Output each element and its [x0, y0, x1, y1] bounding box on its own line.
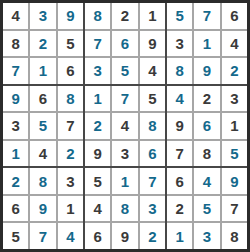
cell-r3c1[interactable]: 7 — [3, 58, 28, 84]
entered-digit: 3 — [93, 63, 101, 78]
cell-r5c6[interactable]: 8 — [140, 113, 165, 139]
given-digit: 6 — [175, 174, 183, 189]
cell-r9c5[interactable]: 9 — [112, 223, 137, 249]
box-2-1: 968357142 — [3, 86, 83, 167]
cell-r9c6[interactable]: 2 — [140, 223, 165, 249]
cell-r6c8[interactable]: 8 — [194, 141, 219, 167]
given-digit: 2 — [121, 8, 129, 23]
cell-r1c7[interactable]: 5 — [167, 3, 192, 29]
given-digit: 3 — [121, 146, 129, 161]
cell-r3c4[interactable]: 3 — [85, 58, 110, 84]
entered-digit: 1 — [203, 36, 211, 51]
cell-r5c4[interactable]: 2 — [85, 113, 110, 139]
cell-r3c7[interactable]: 8 — [167, 58, 192, 84]
cell-r3c6[interactable]: 4 — [140, 58, 165, 84]
cell-r8c4[interactable]: 4 — [85, 196, 110, 222]
given-digit: 4 — [121, 118, 129, 133]
cell-r8c6[interactable]: 3 — [140, 196, 165, 222]
cell-r8c7[interactable]: 2 — [167, 196, 192, 222]
cell-r7c7[interactable]: 6 — [167, 168, 192, 194]
cell-r2c8[interactable]: 1 — [194, 31, 219, 57]
entered-digit: 9 — [230, 174, 238, 189]
given-digit: 8 — [11, 36, 19, 51]
cell-r1c6[interactable]: 1 — [140, 3, 165, 29]
given-digit: 3 — [11, 118, 19, 133]
cell-r5c9[interactable]: 1 — [222, 113, 247, 139]
entered-digit: 9 — [39, 201, 47, 216]
cell-r1c4[interactable]: 8 — [85, 3, 110, 29]
entered-digit: 1 — [11, 146, 19, 161]
cell-r9c1[interactable]: 5 — [3, 223, 28, 249]
cell-r7c3[interactable]: 3 — [58, 168, 83, 194]
given-digit: 5 — [148, 91, 156, 106]
entered-digit: 6 — [203, 118, 211, 133]
entered-digit: 3 — [203, 229, 211, 244]
entered-digit: 8 — [39, 174, 47, 189]
cell-r1c3[interactable]: 9 — [58, 3, 83, 29]
entered-digit: 8 — [93, 8, 101, 23]
entered-digit: 1 — [39, 63, 47, 78]
cell-r5c5[interactable]: 4 — [112, 113, 137, 139]
cell-r8c8[interactable]: 5 — [194, 196, 219, 222]
entered-digit: 5 — [175, 8, 183, 23]
given-digit: 4 — [230, 36, 238, 51]
cell-r2c4[interactable]: 7 — [85, 31, 110, 57]
given-digit: 3 — [66, 174, 74, 189]
entered-digit: 8 — [121, 201, 129, 216]
cell-r9c8[interactable]: 3 — [194, 223, 219, 249]
entered-digit: 5 — [39, 118, 47, 133]
cell-r8c5[interactable]: 8 — [112, 196, 137, 222]
cell-r3c9[interactable]: 2 — [222, 58, 247, 84]
entered-digit: 1 — [93, 91, 101, 106]
box-3-2: 517483692 — [85, 168, 165, 249]
cell-r6c1[interactable]: 1 — [3, 141, 28, 167]
entered-digit: 9 — [203, 63, 211, 78]
cell-r8c2[interactable]: 9 — [30, 196, 55, 222]
cell-r4c6[interactable]: 5 — [140, 86, 165, 112]
cell-r3c5[interactable]: 5 — [112, 58, 137, 84]
entered-digit: 3 — [39, 8, 47, 23]
cell-r9c3[interactable]: 4 — [58, 223, 83, 249]
sudoku-app: 4398257168217693545763148929683571421752… — [0, 0, 250, 252]
entered-digit: 5 — [230, 146, 238, 161]
entered-digit: 6 — [121, 36, 129, 51]
cell-r4c8[interactable]: 2 — [194, 86, 219, 112]
given-digit: 4 — [39, 146, 47, 161]
cell-r9c2[interactable]: 7 — [30, 223, 55, 249]
entered-digit: 2 — [230, 63, 238, 78]
given-digit: 1 — [148, 8, 156, 23]
given-digit: 4 — [11, 8, 19, 23]
given-digit: 3 — [175, 36, 183, 51]
given-digit: 1 — [230, 118, 238, 133]
given-digit: 6 — [93, 229, 101, 244]
entered-digit: 7 — [203, 8, 211, 23]
given-digit: 6 — [39, 91, 47, 106]
cell-r1c9[interactable]: 6 — [222, 3, 247, 29]
cell-r7c2[interactable]: 8 — [30, 168, 55, 194]
cell-r4c4[interactable]: 1 — [85, 86, 110, 112]
given-digit: 7 — [230, 201, 238, 216]
cell-r5c3[interactable]: 7 — [58, 113, 83, 139]
entered-digit: 5 — [121, 63, 129, 78]
cell-r2c3[interactable]: 5 — [58, 31, 83, 57]
given-digit: 6 — [230, 8, 238, 23]
box-2-2: 175248936 — [85, 86, 165, 167]
cell-r7c5[interactable]: 1 — [112, 168, 137, 194]
cell-r4c1[interactable]: 9 — [3, 86, 28, 112]
box-2-3: 423961785 — [167, 86, 247, 167]
entered-digit: 7 — [39, 229, 47, 244]
cell-r7c6[interactable]: 7 — [140, 168, 165, 194]
cell-r6c3[interactable]: 2 — [58, 141, 83, 167]
cell-r9c4[interactable]: 6 — [85, 223, 110, 249]
cell-r4c7[interactable]: 4 — [167, 86, 192, 112]
given-digit: 2 — [175, 201, 183, 216]
cell-r5c7[interactable]: 9 — [167, 113, 192, 139]
cell-r5c2[interactable]: 5 — [30, 113, 55, 139]
entered-digit: 9 — [11, 91, 19, 106]
entered-digit: 8 — [66, 91, 74, 106]
entered-digit: 4 — [203, 174, 211, 189]
given-digit: 3 — [230, 91, 238, 106]
cell-r2c1[interactable]: 8 — [3, 31, 28, 57]
cell-r9c9[interactable]: 8 — [222, 223, 247, 249]
given-digit: 6 — [66, 63, 74, 78]
entered-digit: 4 — [66, 229, 74, 244]
cell-r3c8[interactable]: 9 — [194, 58, 219, 84]
cell-r8c9[interactable]: 7 — [222, 196, 247, 222]
cell-r2c2[interactable]: 2 — [30, 31, 55, 57]
given-digit: 4 — [93, 201, 101, 216]
cell-r3c2[interactable]: 1 — [30, 58, 55, 84]
given-digit: 2 — [203, 91, 211, 106]
cell-r1c1[interactable]: 4 — [3, 3, 28, 29]
given-digit: 1 — [66, 201, 74, 216]
cell-r2c6[interactable]: 9 — [140, 31, 165, 57]
entered-digit: 2 — [11, 174, 19, 189]
sudoku-board: 4398257168217693545763148929683571421752… — [0, 0, 250, 252]
cell-r5c8[interactable]: 6 — [194, 113, 219, 139]
entered-digit: 7 — [93, 36, 101, 51]
entered-digit: 4 — [175, 91, 183, 106]
entered-digit: 9 — [66, 8, 74, 23]
cell-r6c2[interactable]: 4 — [30, 141, 55, 167]
given-digit: 5 — [11, 229, 19, 244]
given-digit: 8 — [230, 229, 238, 244]
cell-r6c6[interactable]: 6 — [140, 141, 165, 167]
entered-digit: 1 — [121, 174, 129, 189]
cell-r2c9[interactable]: 4 — [222, 31, 247, 57]
entered-digit: 2 — [93, 118, 101, 133]
entered-digit: 5 — [203, 201, 211, 216]
entered-digit: 7 — [121, 91, 129, 106]
given-digit: 5 — [66, 36, 74, 51]
given-digit: 8 — [203, 146, 211, 161]
cell-r1c2[interactable]: 3 — [30, 3, 55, 29]
given-digit: 7 — [66, 118, 74, 133]
given-digit: 6 — [11, 201, 19, 216]
entered-digit: 8 — [148, 118, 156, 133]
cell-r5c1[interactable]: 3 — [3, 113, 28, 139]
cell-r4c3[interactable]: 8 — [58, 86, 83, 112]
entered-digit: 7 — [148, 174, 156, 189]
given-digit: 9 — [93, 146, 101, 161]
entered-digit: 1 — [175, 229, 183, 244]
cell-r6c5[interactable]: 3 — [112, 141, 137, 167]
entered-digit: 2 — [39, 36, 47, 51]
cell-r7c8[interactable]: 4 — [194, 168, 219, 194]
cell-r2c5[interactable]: 6 — [112, 31, 137, 57]
box-1-1: 439825716 — [3, 3, 83, 84]
cell-r7c4[interactable]: 5 — [85, 168, 110, 194]
entered-digit: 3 — [148, 201, 156, 216]
given-digit: 7 — [175, 146, 183, 161]
cell-r6c4[interactable]: 9 — [85, 141, 110, 167]
box-1-3: 576314892 — [167, 3, 247, 84]
cell-r4c5[interactable]: 7 — [112, 86, 137, 112]
given-digit: 5 — [93, 174, 101, 189]
cell-r3c3[interactable]: 6 — [58, 58, 83, 84]
box-3-3: 649257138 — [167, 168, 247, 249]
cell-r6c9[interactable]: 5 — [222, 141, 247, 167]
cell-r1c8[interactable]: 7 — [194, 3, 219, 29]
cell-r9c7[interactable]: 1 — [167, 223, 192, 249]
cell-r7c9[interactable]: 9 — [222, 168, 247, 194]
given-digit: 9 — [175, 118, 183, 133]
given-digit: 9 — [148, 36, 156, 51]
cell-r4c9[interactable]: 3 — [222, 86, 247, 112]
cell-r2c7[interactable]: 3 — [167, 31, 192, 57]
entered-digit: 7 — [11, 63, 19, 78]
entered-digit: 2 — [148, 229, 156, 244]
cell-r7c1[interactable]: 2 — [3, 168, 28, 194]
cell-r8c3[interactable]: 1 — [58, 196, 83, 222]
cell-r6c7[interactable]: 7 — [167, 141, 192, 167]
cell-r1c5[interactable]: 2 — [112, 3, 137, 29]
cell-r8c1[interactable]: 6 — [3, 196, 28, 222]
given-digit: 4 — [148, 63, 156, 78]
entered-digit: 6 — [148, 146, 156, 161]
box-3-1: 283691574 — [3, 168, 83, 249]
given-digit: 9 — [121, 229, 129, 244]
cell-r4c2[interactable]: 6 — [30, 86, 55, 112]
entered-digit: 8 — [175, 63, 183, 78]
entered-digit: 2 — [66, 146, 74, 161]
box-1-2: 821769354 — [85, 3, 165, 84]
